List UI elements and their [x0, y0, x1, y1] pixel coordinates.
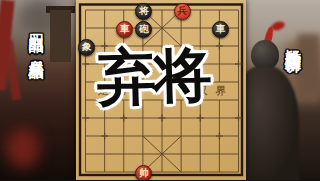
piece-black-chariot[interactable]: 車: [212, 21, 229, 38]
piece-black-elephant[interactable]: 象: [78, 39, 95, 56]
right-banner-text: 疑难杂症精讲: [282, 36, 303, 154]
watchtower: [50, 10, 71, 62]
thumbnail-main-title: 弃将: [96, 44, 224, 106]
piece-red-chariot[interactable]: 車: [116, 21, 133, 38]
video-thumbnail: 楚河 汉界 将兵車砲車象帅 弃将 四郎出品 必属精品 疑难杂症精讲: [0, 0, 320, 180]
piece-red-soldier[interactable]: 兵: [174, 3, 191, 20]
left-banner-text: 四郎出品 必属精品: [26, 22, 45, 172]
piece-black-cannon[interactable]: 砲: [135, 21, 152, 38]
piece-black-general[interactable]: 将: [135, 3, 152, 20]
piece-red-general[interactable]: 帅: [135, 165, 152, 181]
